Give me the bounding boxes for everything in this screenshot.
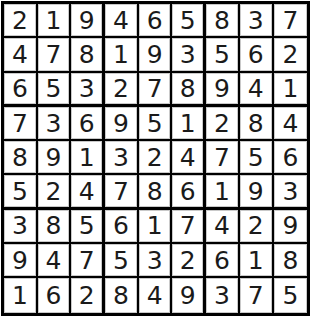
sudoku-cell[interactable]: 1: [274, 73, 308, 107]
sudoku-cell[interactable]: 9: [172, 278, 206, 312]
sudoku-cell[interactable]: 2: [71, 278, 105, 312]
sudoku-cell[interactable]: 5: [139, 107, 173, 141]
sudoku-cell[interactable]: 6: [71, 107, 105, 141]
sudoku-cell[interactable]: 3: [139, 244, 173, 278]
sudoku-cell[interactable]: 9: [206, 73, 240, 107]
sudoku-cell[interactable]: 1: [139, 210, 173, 244]
sudoku-cell[interactable]: 3: [105, 141, 139, 175]
sudoku-cell[interactable]: 2: [206, 107, 240, 141]
sudoku-cell[interactable]: 2: [274, 38, 308, 72]
sudoku-cell[interactable]: 1: [71, 141, 105, 175]
sudoku-cell[interactable]: 6: [206, 244, 240, 278]
sudoku-cell[interactable]: 5: [4, 175, 38, 209]
sudoku-cell[interactable]: 4: [4, 38, 38, 72]
sudoku-cell[interactable]: 4: [139, 278, 173, 312]
sudoku-cell[interactable]: 9: [274, 210, 308, 244]
sudoku-cell[interactable]: 2: [139, 141, 173, 175]
sudoku-cell[interactable]: 1: [172, 107, 206, 141]
sudoku-cell[interactable]: 7: [240, 278, 274, 312]
sudoku-cell[interactable]: 6: [38, 278, 72, 312]
sudoku-cell[interactable]: 7: [139, 73, 173, 107]
sudoku-cell[interactable]: 6: [139, 4, 173, 38]
sudoku-cell[interactable]: 8: [105, 278, 139, 312]
sudoku-cell[interactable]: 3: [172, 38, 206, 72]
sudoku-cell[interactable]: 2: [105, 73, 139, 107]
sudoku-cell[interactable]: 8: [172, 73, 206, 107]
sudoku-cell[interactable]: 4: [274, 107, 308, 141]
sudoku-cell[interactable]: 3: [71, 73, 105, 107]
sudoku-cell[interactable]: 4: [38, 244, 72, 278]
sudoku-cell[interactable]: 7: [71, 244, 105, 278]
sudoku-cell[interactable]: 4: [172, 141, 206, 175]
sudoku-cell[interactable]: 3: [240, 4, 274, 38]
sudoku-cell[interactable]: 8: [240, 107, 274, 141]
sudoku-cell[interactable]: 3: [4, 210, 38, 244]
sudoku-cell[interactable]: 9: [4, 244, 38, 278]
sudoku-cell[interactable]: 7: [172, 210, 206, 244]
sudoku-cell[interactable]: 5: [172, 4, 206, 38]
sudoku-cell[interactable]: 8: [139, 175, 173, 209]
sudoku-cell[interactable]: 5: [206, 38, 240, 72]
sudoku-cell[interactable]: 1: [4, 278, 38, 312]
sudoku-cell[interactable]: 1: [240, 244, 274, 278]
sudoku-cell[interactable]: 8: [274, 244, 308, 278]
sudoku-cell[interactable]: 8: [4, 141, 38, 175]
sudoku-cell[interactable]: 4: [240, 73, 274, 107]
sudoku-board: 2194658374781935626532789417369512848913…: [1, 1, 310, 316]
sudoku-cell[interactable]: 6: [172, 175, 206, 209]
sudoku-cell[interactable]: 8: [38, 210, 72, 244]
sudoku-cell[interactable]: 6: [240, 38, 274, 72]
sudoku-cell[interactable]: 8: [71, 38, 105, 72]
sudoku-cell[interactable]: 5: [38, 73, 72, 107]
sudoku-cell[interactable]: 9: [240, 175, 274, 209]
sudoku-cell[interactable]: 6: [105, 210, 139, 244]
sudoku-cell[interactable]: 4: [71, 175, 105, 209]
sudoku-cell[interactable]: 1: [38, 4, 72, 38]
sudoku-cell[interactable]: 5: [105, 244, 139, 278]
sudoku-cell[interactable]: 5: [71, 210, 105, 244]
sudoku-cell[interactable]: 3: [38, 107, 72, 141]
sudoku-cell[interactable]: 5: [274, 278, 308, 312]
sudoku-cell[interactable]: 9: [139, 38, 173, 72]
sudoku-cell[interactable]: 5: [240, 141, 274, 175]
sudoku-cell[interactable]: 7: [274, 4, 308, 38]
sudoku-cell[interactable]: 2: [172, 244, 206, 278]
sudoku-cell[interactable]: 4: [105, 4, 139, 38]
sudoku-cell[interactable]: 6: [274, 141, 308, 175]
sudoku-cell[interactable]: 8: [206, 4, 240, 38]
sudoku-cell[interactable]: 9: [105, 107, 139, 141]
sudoku-cell[interactable]: 6: [4, 73, 38, 107]
sudoku-cell[interactable]: 7: [38, 38, 72, 72]
sudoku-cell[interactable]: 7: [4, 107, 38, 141]
sudoku-cell[interactable]: 2: [240, 210, 274, 244]
sudoku-cell[interactable]: 3: [206, 278, 240, 312]
sudoku-cell[interactable]: 7: [206, 141, 240, 175]
sudoku-cell[interactable]: 2: [4, 4, 38, 38]
sudoku-cell[interactable]: 1: [105, 38, 139, 72]
sudoku-cell[interactable]: 7: [105, 175, 139, 209]
sudoku-cell[interactable]: 3: [274, 175, 308, 209]
sudoku-cell[interactable]: 2: [38, 175, 72, 209]
sudoku-cell[interactable]: 9: [38, 141, 72, 175]
sudoku-cell[interactable]: 1: [206, 175, 240, 209]
sudoku-cell[interactable]: 4: [206, 210, 240, 244]
sudoku-cell[interactable]: 9: [71, 4, 105, 38]
